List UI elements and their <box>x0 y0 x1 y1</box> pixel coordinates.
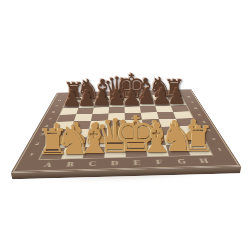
pieces-layer: ♜♞♝♛♚♝♞♜♟♟♟♟♟♟♟♟♟♟♟♟♟♟♟♟♜♞♝♛♚♝♞♜ <box>0 0 250 250</box>
piece-white-rook-h1: ♜ <box>183 120 215 156</box>
product-photo-scene: ABCDEFGH ABCDEFGH 87654321 87654321 ♜♞♝♛… <box>0 0 250 250</box>
piece-black-pawn-h7: ♟ <box>167 85 187 107</box>
